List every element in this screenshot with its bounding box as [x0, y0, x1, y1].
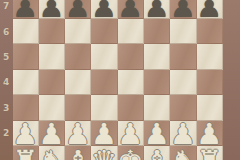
square-e7[interactable]: ♟: [118, 0, 144, 19]
white-king-e1[interactable]: ♚: [117, 147, 143, 160]
white-rook-h1[interactable]: ♜: [196, 147, 222, 160]
square-d4[interactable]: [91, 70, 117, 95]
rank-labels: 765432: [0, 0, 13, 160]
square-g7[interactable]: ♟: [170, 0, 196, 19]
rank-label-2: 2: [0, 121, 13, 146]
square-c5[interactable]: [65, 44, 91, 69]
square-a4[interactable]: [13, 70, 39, 95]
white-rook-a1[interactable]: ♜: [12, 147, 38, 160]
square-a5[interactable]: [13, 44, 39, 69]
rank-label-7: 7: [0, 0, 13, 19]
square-c2[interactable]: ♟: [65, 121, 91, 146]
square-c4[interactable]: [65, 70, 91, 95]
black-pawn-h7[interactable]: ♟: [196, 0, 222, 22]
black-pawn-a7[interactable]: ♟: [12, 0, 38, 22]
square-g5[interactable]: [170, 44, 196, 69]
square-e1[interactable]: ♚: [118, 146, 144, 160]
rank-label-1: [0, 146, 13, 160]
square-g1[interactable]: ♞: [170, 146, 196, 160]
square-d2[interactable]: ♟: [91, 121, 117, 146]
square-h1[interactable]: ♜: [197, 146, 223, 160]
square-e5[interactable]: [118, 44, 144, 69]
square-h4[interactable]: [197, 70, 223, 95]
square-f7[interactable]: ♟: [144, 0, 170, 19]
square-g4[interactable]: [170, 70, 196, 95]
square-b7[interactable]: ♟: [39, 0, 65, 19]
board-squares: ♜♞♝♛♚♝♞♜♟♟♟♟♟♟♟♟♟♟♟♟♟♟♟♟♜♞♝♛♚♝♞♜: [13, 0, 223, 160]
black-pawn-c7[interactable]: ♟: [65, 0, 91, 22]
white-knight-b1[interactable]: ♞: [38, 147, 64, 160]
white-queen-d1[interactable]: ♛: [91, 147, 117, 160]
rank-label-6: 6: [0, 19, 13, 44]
square-h2[interactable]: ♟: [197, 121, 223, 146]
square-f5[interactable]: [144, 44, 170, 69]
square-a1[interactable]: ♜: [13, 146, 39, 160]
square-h5[interactable]: [197, 44, 223, 69]
square-c1[interactable]: ♝: [65, 146, 91, 160]
square-b4[interactable]: [39, 70, 65, 95]
square-h7[interactable]: ♟: [197, 0, 223, 19]
board-frame-right: [223, 0, 240, 160]
square-f4[interactable]: [144, 70, 170, 95]
board-frame-left: 765432: [0, 0, 13, 160]
black-pawn-f7[interactable]: ♟: [144, 0, 170, 22]
rank-label-4: 4: [0, 70, 13, 95]
black-pawn-e7[interactable]: ♟: [117, 0, 143, 22]
white-bishop-f1[interactable]: ♝: [144, 147, 170, 160]
white-knight-g1[interactable]: ♞: [170, 147, 196, 160]
square-f1[interactable]: ♝: [144, 146, 170, 160]
black-pawn-g7[interactable]: ♟: [170, 0, 196, 22]
square-d1[interactable]: ♛: [91, 146, 117, 160]
square-d5[interactable]: [91, 44, 117, 69]
square-e4[interactable]: [118, 70, 144, 95]
square-c7[interactable]: ♟: [65, 0, 91, 19]
square-b1[interactable]: ♞: [39, 146, 65, 160]
black-pawn-b7[interactable]: ♟: [38, 0, 64, 22]
rank-label-3: 3: [0, 95, 13, 120]
white-bishop-c1[interactable]: ♝: [65, 147, 91, 160]
square-a7[interactable]: ♟: [13, 0, 39, 19]
square-a2[interactable]: ♟: [13, 121, 39, 146]
square-g2[interactable]: ♟: [170, 121, 196, 146]
square-b5[interactable]: [39, 44, 65, 69]
black-pawn-d7[interactable]: ♟: [91, 0, 117, 22]
chess-board: 765432 ♜♞♝♛♚♝♞♜♟♟♟♟♟♟♟♟♟♟♟♟♟♟♟♟♜♞♝♛♚♝♞♜: [0, 0, 240, 160]
square-d7[interactable]: ♟: [91, 0, 117, 19]
square-b2[interactable]: ♟: [39, 121, 65, 146]
square-e2[interactable]: ♟: [118, 121, 144, 146]
rank-label-5: 5: [0, 44, 13, 69]
square-f2[interactable]: ♟: [144, 121, 170, 146]
